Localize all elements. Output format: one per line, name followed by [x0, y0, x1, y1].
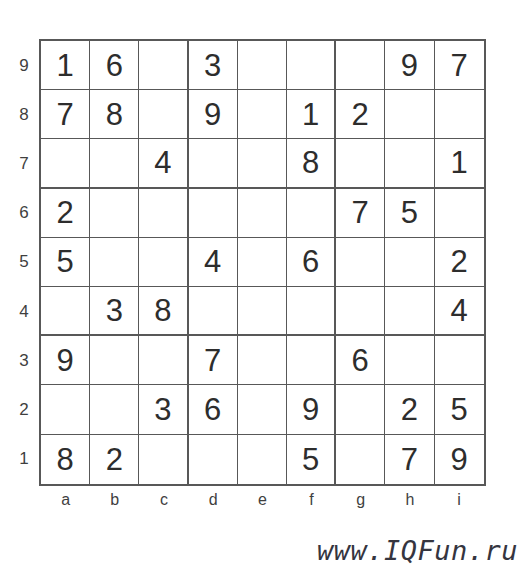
row-label-2: 2 — [11, 385, 37, 434]
sudoku-board: 163977891248127554623849763692582579 — [39, 39, 486, 486]
cell-i3[interactable] — [435, 336, 484, 385]
cell-i5[interactable]: 2 — [435, 238, 484, 287]
cell-a7[interactable] — [41, 139, 90, 188]
row-label-3: 3 — [11, 336, 37, 385]
cell-c9[interactable] — [139, 41, 188, 90]
col-label-g: g — [336, 490, 385, 512]
cell-g8[interactable]: 2 — [336, 90, 385, 139]
col-label-c: c — [139, 490, 188, 512]
cell-f7[interactable]: 8 — [287, 139, 336, 188]
row-label-9: 9 — [11, 41, 37, 90]
cell-g9[interactable] — [336, 41, 385, 90]
cell-h7[interactable] — [385, 139, 434, 188]
cell-g6[interactable]: 7 — [336, 189, 385, 238]
cell-b5[interactable] — [90, 238, 139, 287]
cell-g7[interactable] — [336, 139, 385, 188]
cell-f8[interactable]: 1 — [287, 90, 336, 139]
cell-e5[interactable] — [238, 238, 287, 287]
cell-h9[interactable]: 9 — [385, 41, 434, 90]
cell-i2[interactable]: 5 — [435, 385, 484, 434]
col-label-i: i — [435, 490, 484, 512]
cell-e8[interactable] — [238, 90, 287, 139]
cell-b6[interactable] — [90, 189, 139, 238]
cell-b3[interactable] — [90, 336, 139, 385]
cell-d6[interactable] — [189, 189, 238, 238]
cell-a8[interactable]: 7 — [41, 90, 90, 139]
cell-g2[interactable] — [336, 385, 385, 434]
cell-a1[interactable]: 8 — [41, 435, 90, 484]
cell-f2[interactable]: 9 — [287, 385, 336, 434]
cell-b1[interactable]: 2 — [90, 435, 139, 484]
cell-e3[interactable] — [238, 336, 287, 385]
cell-f6[interactable] — [287, 189, 336, 238]
cell-i7[interactable]: 1 — [435, 139, 484, 188]
cell-e2[interactable] — [238, 385, 287, 434]
cell-g5[interactable] — [336, 238, 385, 287]
cell-i8[interactable] — [435, 90, 484, 139]
cell-b9[interactable]: 6 — [90, 41, 139, 90]
cell-a3[interactable]: 9 — [41, 336, 90, 385]
cell-f5[interactable]: 6 — [287, 238, 336, 287]
cell-g1[interactable] — [336, 435, 385, 484]
cell-g4[interactable] — [336, 287, 385, 336]
watermark-url: www.IQFun.ru — [317, 535, 518, 566]
cell-e1[interactable] — [238, 435, 287, 484]
row-label-7: 7 — [11, 139, 37, 188]
cell-f4[interactable] — [287, 287, 336, 336]
cell-d1[interactable] — [189, 435, 238, 484]
cell-b8[interactable]: 8 — [90, 90, 139, 139]
cell-d2[interactable]: 6 — [189, 385, 238, 434]
cell-i4[interactable]: 4 — [435, 287, 484, 336]
cell-c7[interactable]: 4 — [139, 139, 188, 188]
cell-d8[interactable]: 9 — [189, 90, 238, 139]
cell-f9[interactable] — [287, 41, 336, 90]
cell-c2[interactable]: 3 — [139, 385, 188, 434]
cell-a6[interactable]: 2 — [41, 189, 90, 238]
cell-d7[interactable] — [189, 139, 238, 188]
cell-d4[interactable] — [189, 287, 238, 336]
row-labels: 987654321 — [11, 41, 37, 484]
col-labels: abcdefghi — [41, 490, 484, 512]
cell-i9[interactable]: 7 — [435, 41, 484, 90]
cell-c1[interactable] — [139, 435, 188, 484]
cell-h4[interactable] — [385, 287, 434, 336]
cell-e9[interactable] — [238, 41, 287, 90]
cell-a2[interactable] — [41, 385, 90, 434]
cell-e6[interactable] — [238, 189, 287, 238]
cell-c5[interactable] — [139, 238, 188, 287]
col-label-b: b — [90, 490, 139, 512]
row-label-5: 5 — [11, 238, 37, 287]
cell-e7[interactable] — [238, 139, 287, 188]
col-label-h: h — [385, 490, 434, 512]
cell-b4[interactable]: 3 — [90, 287, 139, 336]
col-label-f: f — [287, 490, 336, 512]
cell-d9[interactable]: 3 — [189, 41, 238, 90]
cell-i1[interactable]: 9 — [435, 435, 484, 484]
cell-h6[interactable]: 5 — [385, 189, 434, 238]
row-label-8: 8 — [11, 90, 37, 139]
cell-d3[interactable]: 7 — [189, 336, 238, 385]
sudoku-page: 987654321 163977891248127554623849763692… — [0, 0, 526, 580]
cell-h3[interactable] — [385, 336, 434, 385]
row-label-6: 6 — [11, 189, 37, 238]
cell-h2[interactable]: 2 — [385, 385, 434, 434]
cell-g3[interactable]: 6 — [336, 336, 385, 385]
cell-e4[interactable] — [238, 287, 287, 336]
cell-a5[interactable]: 5 — [41, 238, 90, 287]
row-label-1: 1 — [11, 435, 37, 484]
cell-c4[interactable]: 8 — [139, 287, 188, 336]
cell-c8[interactable] — [139, 90, 188, 139]
cell-h8[interactable] — [385, 90, 434, 139]
cell-f3[interactable] — [287, 336, 336, 385]
cell-h5[interactable] — [385, 238, 434, 287]
cell-f1[interactable]: 5 — [287, 435, 336, 484]
col-label-a: a — [41, 490, 90, 512]
cell-i6[interactable] — [435, 189, 484, 238]
cell-a4[interactable] — [41, 287, 90, 336]
cell-c6[interactable] — [139, 189, 188, 238]
cell-d5[interactable]: 4 — [189, 238, 238, 287]
col-label-d: d — [189, 490, 238, 512]
cell-c3[interactable] — [139, 336, 188, 385]
cell-a9[interactable]: 1 — [41, 41, 90, 90]
row-label-4: 4 — [11, 287, 37, 336]
cell-b7[interactable] — [90, 139, 139, 188]
cell-h1[interactable]: 7 — [385, 435, 434, 484]
col-label-e: e — [238, 490, 287, 512]
cell-b2[interactable] — [90, 385, 139, 434]
